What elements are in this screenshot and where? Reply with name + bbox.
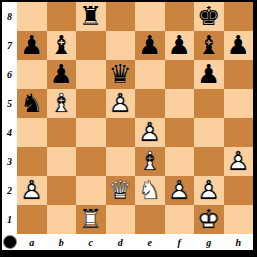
rank-label-8: 8 [2,2,17,31]
square-g1[interactable]: ♚♔ [194,205,224,234]
square-d4[interactable] [106,118,136,147]
piece-white-knight[interactable]: ♞♘ [135,176,164,205]
square-a1[interactable] [17,205,47,234]
rank-label-4: 4 [2,118,17,147]
square-a8[interactable] [17,2,47,31]
rank-label-7: 7 [2,31,17,60]
piece-black-pawn[interactable]: ♟ [17,31,46,60]
piece-white-pawn[interactable]: ♟♙ [224,147,253,176]
square-f2[interactable]: ♟♙ [165,176,195,205]
piece-white-king[interactable]: ♚♔ [194,205,223,234]
piece-outline: ♙ [135,118,164,147]
square-f6[interactable] [165,60,195,89]
square-e6[interactable] [135,60,165,89]
square-c2[interactable] [76,176,106,205]
piece-outline: ♔ [194,205,223,234]
piece-outline: ♙ [165,176,194,205]
piece-white-pawn[interactable]: ♟♙ [17,176,46,205]
square-c3[interactable] [76,147,106,176]
square-c4[interactable] [76,118,106,147]
square-c8[interactable]: ♜ [76,2,106,31]
square-f8[interactable] [165,2,195,31]
square-e4[interactable]: ♟♙ [135,118,165,147]
piece-white-pawn[interactable]: ♟♙ [165,176,194,205]
square-d1[interactable] [106,205,136,234]
square-a2[interactable]: ♟♙ [17,176,47,205]
black-to-move-indicator [3,235,17,249]
piece-black-pawn[interactable]: ♟ [135,31,164,60]
square-c1[interactable]: ♜♖ [76,205,106,234]
square-c7[interactable] [76,31,106,60]
square-b6[interactable]: ♟ [47,60,77,89]
square-e7[interactable]: ♟ [135,31,165,60]
piece-outline: ♘ [135,176,164,205]
rank-label-3: 3 [2,147,17,176]
piece-white-bishop[interactable]: ♝♗ [47,89,76,118]
piece-white-queen[interactable]: ♛♕ [106,176,135,205]
piece-black-queen[interactable]: ♛ [106,60,135,89]
square-g3[interactable] [194,147,224,176]
square-g4[interactable] [194,118,224,147]
square-a5[interactable]: ♞ [17,89,47,118]
square-a4[interactable] [17,118,47,147]
square-e8[interactable] [135,2,165,31]
square-d3[interactable] [106,147,136,176]
piece-white-bishop[interactable]: ♝♗ [135,147,164,176]
file-label-e: e [135,234,165,250]
square-b2[interactable] [47,176,77,205]
rank-label-1: 1 [2,205,17,234]
piece-black-rook[interactable]: ♜ [76,2,105,31]
rank-label-2: 2 [2,176,17,205]
piece-white-pawn[interactable]: ♟♙ [135,118,164,147]
square-a7[interactable]: ♟ [17,31,47,60]
square-c5[interactable] [76,89,106,118]
square-d5[interactable]: ♟♙ [106,89,136,118]
square-d8[interactable] [106,2,136,31]
piece-outline: ♙ [224,147,253,176]
square-h8[interactable] [224,2,254,31]
file-label-h: h [224,234,254,250]
square-f3[interactable] [165,147,195,176]
side-to-move-cell [2,234,17,250]
piece-white-pawn[interactable]: ♟♙ [106,89,135,118]
square-b3[interactable] [47,147,77,176]
square-d2[interactable]: ♛♕ [106,176,136,205]
square-b8[interactable] [47,2,77,31]
square-f7[interactable]: ♟ [165,31,195,60]
piece-outline: ♗ [135,147,164,176]
square-h4[interactable] [224,118,254,147]
piece-black-knight[interactable]: ♞ [17,89,46,118]
piece-outline: ♗ [47,89,76,118]
square-d6[interactable]: ♛ [106,60,136,89]
square-b5[interactable]: ♝♗ [47,89,77,118]
square-h2[interactable] [224,176,254,205]
square-g7[interactable]: ♝ [194,31,224,60]
chessboard: 8♜♚7♟♝♟♟♝♟6♟♛♟5♞♝♗♟♙4♟♙3♝♗♟♙2♟♙♛♕♞♘♟♙♟♙1… [2,2,253,250]
square-a3[interactable] [17,147,47,176]
file-label-d: d [106,234,136,250]
rank-label-5: 5 [2,89,17,118]
square-e3[interactable]: ♝♗ [135,147,165,176]
square-b1[interactable] [47,205,77,234]
piece-white-rook[interactable]: ♜♖ [76,205,105,234]
piece-outline: ♙ [106,89,135,118]
square-e5[interactable] [135,89,165,118]
square-a6[interactable] [17,60,47,89]
square-e1[interactable] [135,205,165,234]
square-f5[interactable] [165,89,195,118]
square-c6[interactable] [76,60,106,89]
square-f4[interactable] [165,118,195,147]
file-label-f: f [165,234,195,250]
square-h1[interactable] [224,205,254,234]
piece-white-pawn[interactable]: ♟♙ [194,176,223,205]
square-g2[interactable]: ♟♙ [194,176,224,205]
file-label-a: a [17,234,47,250]
square-b7[interactable]: ♝ [47,31,77,60]
piece-outline: ♕ [106,176,135,205]
file-label-g: g [194,234,224,250]
piece-black-pawn[interactable]: ♟ [224,31,253,60]
square-h5[interactable] [224,89,254,118]
piece-black-pawn[interactable]: ♟ [165,31,194,60]
piece-black-bishop[interactable]: ♝ [47,31,76,60]
piece-black-bishop[interactable]: ♝ [194,31,223,60]
square-f1[interactable] [165,205,195,234]
square-h3[interactable]: ♟♙ [224,147,254,176]
square-g8[interactable]: ♚ [194,2,224,31]
rank-label-6: 6 [2,60,17,89]
file-label-b: b [47,234,77,250]
piece-outline: ♙ [17,176,46,205]
file-label-c: c [76,234,106,250]
piece-black-pawn[interactable]: ♟ [47,60,76,89]
square-d7[interactable] [106,31,136,60]
square-b4[interactable] [47,118,77,147]
square-e2[interactable]: ♞♘ [135,176,165,205]
piece-outline: ♙ [194,176,223,205]
piece-outline: ♖ [76,205,105,234]
square-h6[interactable] [224,60,254,89]
square-g6[interactable]: ♟ [194,60,224,89]
piece-black-pawn[interactable]: ♟ [194,60,223,89]
square-h7[interactable]: ♟ [224,31,254,60]
square-g5[interactable] [194,89,224,118]
piece-black-king[interactable]: ♚ [194,2,223,31]
chessboard-frame: 8♜♚7♟♝♟♟♝♟6♟♛♟5♞♝♗♟♙4♟♙3♝♗♟♙2♟♙♛♕♞♘♟♙♟♙1… [0,0,257,257]
